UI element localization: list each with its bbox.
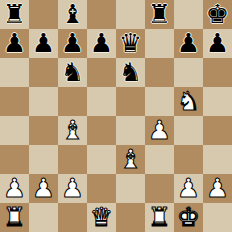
square-c4[interactable]: ♝	[58, 116, 87, 145]
square-e6[interactable]: ♞	[116, 58, 145, 87]
square-f7[interactable]	[145, 29, 174, 58]
square-g4[interactable]	[174, 116, 203, 145]
square-g6[interactable]	[174, 58, 203, 87]
square-h2[interactable]: ♟	[203, 174, 232, 203]
square-d3[interactable]	[87, 145, 116, 174]
square-e2[interactable]	[116, 174, 145, 203]
square-h5[interactable]	[203, 87, 232, 116]
square-h3[interactable]	[203, 145, 232, 174]
piece-black-bishop[interactable]: ♝	[61, 0, 84, 29]
square-b5[interactable]	[29, 87, 58, 116]
square-b8[interactable]	[29, 0, 58, 29]
square-h7[interactable]: ♟	[203, 29, 232, 58]
square-a8[interactable]: ♜	[0, 0, 29, 29]
piece-black-pawn[interactable]: ♟	[61, 29, 84, 58]
square-a7[interactable]: ♟	[0, 29, 29, 58]
square-e5[interactable]	[116, 87, 145, 116]
square-f8[interactable]: ♜	[145, 0, 174, 29]
square-e8[interactable]	[116, 0, 145, 29]
square-h8[interactable]: ♚	[203, 0, 232, 29]
piece-white-knight[interactable]: ♞	[177, 87, 200, 116]
piece-white-pawn[interactable]: ♟	[61, 174, 84, 203]
square-d7[interactable]: ♟	[87, 29, 116, 58]
square-b1[interactable]	[29, 203, 58, 232]
piece-white-bishop[interactable]: ♝	[61, 116, 84, 145]
square-f6[interactable]	[145, 58, 174, 87]
square-f3[interactable]	[145, 145, 174, 174]
piece-black-rook[interactable]: ♜	[3, 0, 26, 29]
square-g7[interactable]: ♟	[174, 29, 203, 58]
piece-black-pawn[interactable]: ♟	[3, 29, 26, 58]
square-f1[interactable]: ♜	[145, 203, 174, 232]
square-d5[interactable]	[87, 87, 116, 116]
square-h4[interactable]	[203, 116, 232, 145]
piece-black-queen[interactable]: ♛	[119, 29, 142, 58]
piece-black-knight[interactable]: ♞	[119, 58, 142, 87]
square-g5[interactable]: ♞	[174, 87, 203, 116]
square-c8[interactable]: ♝	[58, 0, 87, 29]
square-c3[interactable]	[58, 145, 87, 174]
square-c2[interactable]: ♟	[58, 174, 87, 203]
square-a2[interactable]: ♟	[0, 174, 29, 203]
piece-white-king[interactable]: ♚	[177, 203, 200, 232]
piece-white-rook[interactable]: ♜	[148, 203, 171, 232]
piece-black-pawn[interactable]: ♟	[177, 29, 200, 58]
piece-white-bishop[interactable]: ♝	[119, 145, 142, 174]
square-g2[interactable]: ♟	[174, 174, 203, 203]
square-b4[interactable]	[29, 116, 58, 145]
piece-white-pawn[interactable]: ♟	[206, 174, 229, 203]
square-b3[interactable]	[29, 145, 58, 174]
square-a5[interactable]	[0, 87, 29, 116]
square-f4[interactable]: ♟	[145, 116, 174, 145]
piece-black-king[interactable]: ♚	[206, 0, 229, 29]
piece-black-rook[interactable]: ♜	[148, 0, 171, 29]
square-g8[interactable]	[174, 0, 203, 29]
piece-black-pawn[interactable]: ♟	[90, 29, 113, 58]
square-e7[interactable]: ♛	[116, 29, 145, 58]
square-g1[interactable]: ♚	[174, 203, 203, 232]
square-a6[interactable]	[0, 58, 29, 87]
square-d6[interactable]	[87, 58, 116, 87]
piece-white-pawn[interactable]: ♟	[148, 116, 171, 145]
square-f5[interactable]	[145, 87, 174, 116]
piece-white-pawn[interactable]: ♟	[3, 174, 26, 203]
square-d2[interactable]	[87, 174, 116, 203]
square-b6[interactable]	[29, 58, 58, 87]
piece-black-pawn[interactable]: ♟	[32, 29, 55, 58]
piece-white-pawn[interactable]: ♟	[177, 174, 200, 203]
square-h6[interactable]	[203, 58, 232, 87]
square-d8[interactable]	[87, 0, 116, 29]
square-e4[interactable]	[116, 116, 145, 145]
square-c1[interactable]	[58, 203, 87, 232]
piece-white-queen[interactable]: ♛	[90, 203, 113, 232]
square-a3[interactable]	[0, 145, 29, 174]
square-c6[interactable]: ♞	[58, 58, 87, 87]
square-d4[interactable]	[87, 116, 116, 145]
piece-black-pawn[interactable]: ♟	[206, 29, 229, 58]
chess-board: ♜♝♜♚♟♟♟♟♛♟♟♞♞♞♝♟♝♟♟♟♟♟♜♛♜♚	[0, 0, 232, 232]
square-b7[interactable]: ♟	[29, 29, 58, 58]
square-e3[interactable]: ♝	[116, 145, 145, 174]
square-c5[interactable]	[58, 87, 87, 116]
square-a1[interactable]: ♜	[0, 203, 29, 232]
square-g3[interactable]	[174, 145, 203, 174]
square-d1[interactable]: ♛	[87, 203, 116, 232]
square-c7[interactable]: ♟	[58, 29, 87, 58]
piece-white-pawn[interactable]: ♟	[32, 174, 55, 203]
piece-white-rook[interactable]: ♜	[3, 203, 26, 232]
piece-black-knight[interactable]: ♞	[61, 58, 84, 87]
square-b2[interactable]: ♟	[29, 174, 58, 203]
square-h1[interactable]	[203, 203, 232, 232]
square-a4[interactable]	[0, 116, 29, 145]
square-f2[interactable]	[145, 174, 174, 203]
square-e1[interactable]	[116, 203, 145, 232]
